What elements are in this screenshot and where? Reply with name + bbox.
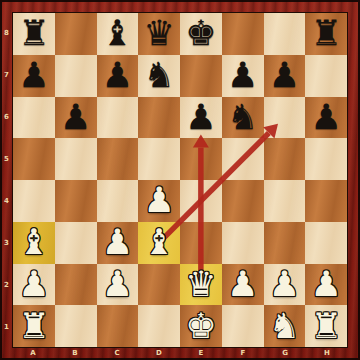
square-b2[interactable]	[55, 264, 97, 306]
chess-board: ♜♝♛♚♜♟♟♞♟♟♟♟♞♟♟♝♟♝♟♟♛♟♟♟♜♚♞♜	[12, 12, 348, 348]
file-labels: A B C D E F G H	[12, 347, 348, 359]
square-d2[interactable]	[138, 264, 180, 306]
piece-white-rook-h1[interactable]: ♜	[305, 305, 347, 347]
piece-black-knight-f6[interactable]: ♞	[222, 97, 264, 139]
piece-black-pawn-c7[interactable]: ♟	[97, 55, 139, 97]
piece-black-bishop-c8[interactable]: ♝	[97, 13, 139, 55]
piece-white-bishop-a3[interactable]: ♝	[13, 222, 55, 264]
piece-black-pawn-h6[interactable]: ♟	[305, 97, 347, 139]
square-b4[interactable]	[55, 180, 97, 222]
square-g3[interactable]	[264, 222, 306, 264]
piece-black-pawn-e6[interactable]: ♟	[180, 97, 222, 139]
piece-white-king-e1[interactable]: ♚	[180, 305, 222, 347]
rank-label-5: 5	[1, 138, 12, 180]
rank-label-8: 8	[1, 12, 12, 54]
square-f3[interactable]	[222, 222, 264, 264]
piece-white-pawn-a2[interactable]: ♟	[13, 264, 55, 306]
piece-white-knight-g1[interactable]: ♞	[264, 305, 306, 347]
piece-black-pawn-f7[interactable]: ♟	[222, 55, 264, 97]
square-h5[interactable]	[305, 138, 347, 180]
piece-white-pawn-h2[interactable]: ♟	[305, 264, 347, 306]
square-h4[interactable]	[305, 180, 347, 222]
piece-white-queen-e2[interactable]: ♛	[180, 264, 222, 306]
square-f1[interactable]	[222, 305, 264, 347]
rank-label-2: 2	[1, 264, 12, 306]
piece-white-pawn-d4[interactable]: ♟	[138, 180, 180, 222]
file-label-a: A	[12, 347, 54, 359]
piece-black-king-e8[interactable]: ♚	[180, 13, 222, 55]
square-e3[interactable]	[180, 222, 222, 264]
piece-black-queen-d8[interactable]: ♛	[138, 13, 180, 55]
square-g8[interactable]	[264, 13, 306, 55]
piece-black-rook-a8[interactable]: ♜	[13, 13, 55, 55]
square-a5[interactable]	[13, 138, 55, 180]
file-label-f: F	[222, 347, 264, 359]
piece-black-pawn-a7[interactable]: ♟	[13, 55, 55, 97]
square-e4[interactable]	[180, 180, 222, 222]
square-d1[interactable]	[138, 305, 180, 347]
file-label-b: B	[54, 347, 96, 359]
square-c5[interactable]	[97, 138, 139, 180]
square-b8[interactable]	[55, 13, 97, 55]
square-e5[interactable]	[180, 138, 222, 180]
square-b7[interactable]	[55, 55, 97, 97]
square-a6[interactable]	[13, 97, 55, 139]
square-g5[interactable]	[264, 138, 306, 180]
file-label-g: G	[264, 347, 306, 359]
square-c1[interactable]	[97, 305, 139, 347]
rank-label-6: 6	[1, 96, 12, 138]
piece-white-pawn-g2[interactable]: ♟	[264, 264, 306, 306]
square-f8[interactable]	[222, 13, 264, 55]
chess-diagram: 8 7 6 5 4 3 2 1 A B C D E F G H ♜♝♛♚♜♟♟♞…	[0, 0, 360, 360]
square-g4[interactable]	[264, 180, 306, 222]
file-label-d: D	[138, 347, 180, 359]
square-f5[interactable]	[222, 138, 264, 180]
square-e7[interactable]	[180, 55, 222, 97]
piece-black-pawn-b6[interactable]: ♟	[55, 97, 97, 139]
file-label-h: H	[306, 347, 348, 359]
square-b5[interactable]	[55, 138, 97, 180]
piece-white-pawn-c3[interactable]: ♟	[97, 222, 139, 264]
piece-white-rook-a1[interactable]: ♜	[13, 305, 55, 347]
square-d6[interactable]	[138, 97, 180, 139]
square-f4[interactable]	[222, 180, 264, 222]
square-c6[interactable]	[97, 97, 139, 139]
file-label-e: E	[180, 347, 222, 359]
rank-label-4: 4	[1, 180, 12, 222]
rank-label-7: 7	[1, 54, 12, 96]
square-a4[interactable]	[13, 180, 55, 222]
square-h7[interactable]	[305, 55, 347, 97]
rank-label-3: 3	[1, 222, 12, 264]
file-label-c: C	[96, 347, 138, 359]
piece-black-rook-h8[interactable]: ♜	[305, 13, 347, 55]
square-b3[interactable]	[55, 222, 97, 264]
rank-label-1: 1	[1, 306, 12, 348]
piece-black-knight-d7[interactable]: ♞	[138, 55, 180, 97]
piece-white-pawn-c2[interactable]: ♟	[97, 264, 139, 306]
piece-black-pawn-g7[interactable]: ♟	[264, 55, 306, 97]
piece-white-bishop-d3[interactable]: ♝	[138, 222, 180, 264]
piece-white-pawn-f2[interactable]: ♟	[222, 264, 264, 306]
square-g6[interactable]	[264, 97, 306, 139]
square-c4[interactable]	[97, 180, 139, 222]
square-h3[interactable]	[305, 222, 347, 264]
square-d5[interactable]	[138, 138, 180, 180]
square-b1[interactable]	[55, 305, 97, 347]
rank-labels: 8 7 6 5 4 3 2 1	[1, 12, 12, 348]
